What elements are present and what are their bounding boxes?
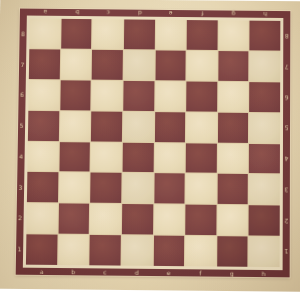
square-b7 bbox=[60, 49, 91, 79]
square-g7 bbox=[218, 51, 249, 81]
square-f8 bbox=[187, 20, 218, 50]
square-g5 bbox=[218, 112, 249, 142]
chessboard-grid bbox=[26, 19, 280, 268]
file-label-bottom-f: f bbox=[184, 269, 216, 276]
square-b3 bbox=[59, 173, 90, 203]
rank-label-left-6: 6 bbox=[18, 79, 25, 110]
square-h6 bbox=[249, 82, 280, 112]
square-h1 bbox=[249, 237, 280, 268]
square-e1 bbox=[153, 236, 184, 267]
square-f5 bbox=[186, 112, 217, 142]
file-label-bottom-b: b bbox=[57, 268, 89, 275]
file-label-bottom-e: e bbox=[153, 269, 185, 276]
board-field bbox=[23, 16, 283, 271]
square-a7 bbox=[29, 49, 60, 79]
rank-label-left-4: 4 bbox=[17, 141, 25, 172]
square-a8 bbox=[29, 19, 60, 49]
square-d3 bbox=[122, 173, 153, 203]
square-c2 bbox=[90, 204, 121, 234]
rank-label-left-7: 7 bbox=[19, 49, 26, 80]
square-c4 bbox=[91, 142, 122, 172]
rank-label-right-7: 7 bbox=[283, 51, 290, 82]
rank-label-right-3: 3 bbox=[283, 174, 290, 205]
square-d4 bbox=[122, 142, 153, 172]
square-b1 bbox=[58, 235, 89, 266]
square-e7 bbox=[155, 50, 186, 80]
rank-label-left-2: 2 bbox=[16, 202, 24, 233]
square-h7 bbox=[250, 51, 281, 81]
square-c8 bbox=[92, 19, 123, 49]
file-label-top-b: b bbox=[61, 9, 92, 16]
square-c5 bbox=[91, 111, 122, 141]
square-c3 bbox=[90, 173, 121, 203]
file-label-top-h: h bbox=[249, 11, 280, 18]
square-e5 bbox=[154, 112, 185, 142]
square-h8 bbox=[250, 21, 281, 51]
square-e6 bbox=[155, 81, 186, 111]
file-label-top-a: a bbox=[30, 9, 61, 16]
file-label-top-g: g bbox=[218, 10, 249, 17]
rank-label-right-8: 8 bbox=[283, 21, 290, 52]
file-label-top-d: d bbox=[124, 10, 155, 17]
board-mat: abcdefgh abcdefgh 87654321 87654321 bbox=[0, 0, 300, 292]
square-g4 bbox=[218, 143, 249, 173]
square-f3 bbox=[186, 174, 217, 204]
square-b4 bbox=[59, 142, 90, 172]
square-f1 bbox=[185, 236, 216, 267]
square-d1 bbox=[121, 235, 152, 266]
square-d6 bbox=[123, 81, 154, 111]
square-g8 bbox=[218, 20, 249, 50]
square-g1 bbox=[217, 236, 248, 267]
square-b5 bbox=[60, 111, 91, 141]
rank-label-right-6: 6 bbox=[283, 82, 290, 113]
file-labels-bottom: abcdefgh bbox=[26, 268, 280, 278]
square-d5 bbox=[123, 111, 154, 141]
square-g6 bbox=[218, 82, 249, 112]
square-d8 bbox=[124, 19, 155, 49]
square-h5 bbox=[249, 113, 280, 143]
square-a1 bbox=[26, 234, 57, 265]
square-a6 bbox=[28, 80, 59, 110]
square-e2 bbox=[154, 205, 185, 235]
square-f2 bbox=[185, 205, 216, 235]
rank-label-left-1: 1 bbox=[16, 233, 24, 264]
square-e4 bbox=[154, 143, 185, 173]
file-label-bottom-c: c bbox=[89, 268, 121, 275]
square-f7 bbox=[187, 51, 218, 81]
square-h2 bbox=[249, 205, 280, 235]
board-photo: abcdefgh abcdefgh 87654321 87654321 bbox=[0, 0, 300, 293]
rank-label-right-2: 2 bbox=[283, 205, 290, 236]
rank-label-right-4: 4 bbox=[283, 143, 290, 174]
square-d7 bbox=[123, 50, 154, 80]
square-a5 bbox=[28, 110, 59, 140]
square-e8 bbox=[155, 20, 186, 50]
square-a3 bbox=[27, 172, 58, 202]
square-b2 bbox=[58, 204, 89, 234]
square-a4 bbox=[27, 141, 58, 171]
rank-label-left-5: 5 bbox=[18, 110, 25, 141]
square-f4 bbox=[186, 143, 217, 173]
file-label-top-e: e bbox=[155, 10, 186, 17]
file-label-bottom-h: h bbox=[248, 270, 280, 277]
square-c6 bbox=[92, 80, 123, 110]
square-f6 bbox=[186, 81, 217, 111]
file-label-bottom-d: d bbox=[121, 269, 153, 276]
board-frame: abcdefgh abcdefgh 87654321 87654321 bbox=[16, 9, 291, 278]
rank-label-right-5: 5 bbox=[283, 113, 290, 144]
file-label-bottom-g: g bbox=[216, 270, 248, 277]
file-label-top-f: f bbox=[186, 10, 217, 17]
square-g3 bbox=[217, 174, 248, 204]
square-c7 bbox=[92, 50, 123, 80]
file-label-top-c: c bbox=[92, 9, 123, 16]
square-a2 bbox=[26, 203, 57, 233]
rank-label-left-8: 8 bbox=[19, 18, 26, 48]
square-b6 bbox=[60, 80, 91, 110]
square-h3 bbox=[249, 174, 280, 204]
square-c1 bbox=[90, 235, 121, 266]
square-b8 bbox=[61, 19, 92, 49]
rank-labels-right: 87654321 bbox=[283, 21, 291, 267]
square-h4 bbox=[249, 143, 280, 173]
square-g2 bbox=[217, 205, 248, 235]
square-d2 bbox=[122, 204, 153, 234]
rank-label-right-1: 1 bbox=[283, 236, 290, 267]
square-e3 bbox=[154, 173, 185, 203]
rank-label-left-3: 3 bbox=[17, 172, 25, 203]
file-label-bottom-a: a bbox=[26, 268, 58, 275]
